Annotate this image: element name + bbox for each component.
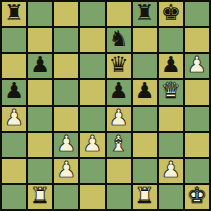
square-b3[interactable] [28,133,52,157]
white-rook: ♜ [30,185,50,207]
square-d3[interactable]: ♟ [80,133,104,157]
white-bishop: ♝ [109,133,129,155]
square-a3[interactable] [2,133,26,157]
square-d5[interactable] [80,80,104,104]
black-queen: ♛ [109,54,129,76]
square-a4[interactable]: ♟ [2,107,26,131]
square-e4[interactable]: ♟ [107,107,131,131]
black-pawn: ♟ [135,80,155,102]
square-e5[interactable]: ♟ [107,80,131,104]
white-pawn: ♟ [4,107,24,129]
black-king: ♚ [161,2,181,24]
black-pawn: ♟ [161,54,181,76]
white-queen: ♛ [161,80,181,102]
square-e7[interactable]: ♞ [107,28,131,52]
square-d7[interactable] [80,28,104,52]
square-f7[interactable] [133,28,157,52]
square-c7[interactable] [54,28,78,52]
square-b1[interactable]: ♜ [28,185,52,209]
square-h2[interactable] [185,159,209,183]
square-c6[interactable] [54,54,78,78]
square-g6[interactable]: ♟ [159,54,183,78]
square-g4[interactable] [159,107,183,131]
square-h8[interactable] [185,2,209,26]
square-h4[interactable] [185,107,209,131]
white-pawn: ♟ [109,107,129,129]
white-king: ♚ [187,185,207,207]
square-g7[interactable] [159,28,183,52]
white-pawn: ♟ [83,133,103,155]
square-a6[interactable] [2,54,26,78]
square-c2[interactable]: ♟ [54,159,78,183]
square-c3[interactable]: ♟ [54,133,78,157]
square-d6[interactable] [80,54,104,78]
square-h6[interactable]: ♟ [185,54,209,78]
square-a8[interactable]: ♜ [2,2,26,26]
square-a5[interactable]: ♟ [2,80,26,104]
square-e3[interactable]: ♝ [107,133,131,157]
square-g3[interactable] [159,133,183,157]
square-f1[interactable]: ♜ [133,185,157,209]
square-h1[interactable]: ♚ [185,185,209,209]
square-g2[interactable]: ♟ [159,159,183,183]
chess-board: ♜♜♚♞♟♛♟♟♟♟♟♛♟♟♟♟♝♟♟♜♜♚ [0,0,211,211]
square-f3[interactable] [133,133,157,157]
square-e6[interactable]: ♛ [107,54,131,78]
white-pawn: ♟ [56,159,76,181]
square-b5[interactable] [28,80,52,104]
square-e1[interactable] [107,185,131,209]
black-pawn: ♟ [4,80,24,102]
square-f8[interactable]: ♜ [133,2,157,26]
square-g5[interactable]: ♛ [159,80,183,104]
square-g8[interactable]: ♚ [159,2,183,26]
square-f2[interactable] [133,159,157,183]
square-d2[interactable] [80,159,104,183]
white-rook: ♜ [135,185,155,207]
square-b4[interactable] [28,107,52,131]
square-c4[interactable] [54,107,78,131]
square-h5[interactable] [185,80,209,104]
square-c5[interactable] [54,80,78,104]
white-pawn: ♟ [56,133,76,155]
square-a7[interactable] [2,28,26,52]
square-b8[interactable] [28,2,52,26]
black-pawn: ♟ [30,54,50,76]
square-b2[interactable] [28,159,52,183]
square-b7[interactable] [28,28,52,52]
square-b6[interactable]: ♟ [28,54,52,78]
square-a1[interactable] [2,185,26,209]
square-h3[interactable] [185,133,209,157]
white-pawn: ♟ [187,54,207,76]
black-rook: ♜ [135,2,155,24]
square-c1[interactable] [54,185,78,209]
square-f4[interactable] [133,107,157,131]
square-d4[interactable] [80,107,104,131]
square-f5[interactable]: ♟ [133,80,157,104]
square-a2[interactable] [2,159,26,183]
black-knight: ♞ [109,28,129,50]
black-rook: ♜ [4,2,24,24]
black-pawn: ♟ [109,80,129,102]
square-f6[interactable] [133,54,157,78]
square-g1[interactable] [159,185,183,209]
square-e2[interactable] [107,159,131,183]
square-c8[interactable] [54,2,78,26]
square-d1[interactable] [80,185,104,209]
white-pawn: ♟ [161,159,181,181]
square-h7[interactable] [185,28,209,52]
square-d8[interactable] [80,2,104,26]
square-e8[interactable] [107,2,131,26]
